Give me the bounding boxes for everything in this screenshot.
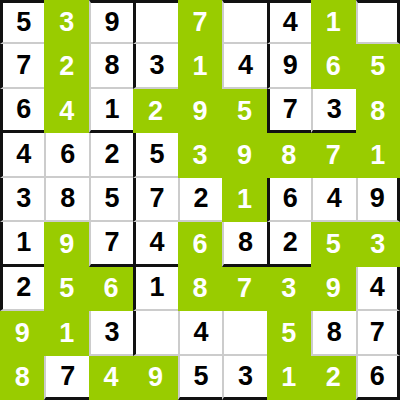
cell-r5c7[interactable]: 6 [267, 178, 311, 222]
cell-r3c5[interactable]: 9 [178, 89, 222, 133]
cell-r2c4[interactable]: 3 [133, 44, 177, 88]
cell-r2c1[interactable]: 7 [0, 44, 44, 88]
cell-r6c4[interactable]: 4 [133, 222, 177, 266]
cell-r4c5[interactable]: 3 [178, 133, 222, 177]
cell-r3c7[interactable]: 7 [267, 89, 311, 133]
cell-r8c6[interactable] [222, 311, 266, 355]
cell-r9c6[interactable]: 3 [222, 356, 266, 400]
sudoku-board: 5397417283149656412957384625398713857216… [0, 0, 400, 400]
cell-r6c8[interactable]: 5 [311, 222, 355, 266]
cell-r1c9[interactable] [356, 0, 400, 44]
cell-r1c4[interactable] [133, 0, 177, 44]
cell-r2c2[interactable]: 2 [44, 44, 88, 88]
cell-r9c5[interactable]: 5 [178, 356, 222, 400]
cell-r9c1[interactable]: 8 [0, 356, 44, 400]
cell-r3c4[interactable]: 2 [133, 89, 177, 133]
cell-r8c1[interactable]: 9 [0, 311, 44, 355]
cell-r5c5[interactable]: 2 [178, 178, 222, 222]
cell-r1c1[interactable]: 5 [0, 0, 44, 44]
cell-r8c3[interactable]: 3 [89, 311, 133, 355]
cell-r4c6[interactable]: 9 [222, 133, 266, 177]
cell-r3c9[interactable]: 8 [356, 89, 400, 133]
cell-r7c4[interactable]: 1 [133, 267, 177, 311]
cell-r2c5[interactable]: 1 [178, 44, 222, 88]
cell-r3c3[interactable]: 1 [89, 89, 133, 133]
sudoku-page: 5397417283149656412957384625398713857216… [0, 0, 400, 400]
cell-r6c6[interactable]: 8 [222, 222, 266, 266]
cell-r6c5[interactable]: 6 [178, 222, 222, 266]
cell-r1c3[interactable]: 9 [89, 0, 133, 44]
cell-r8c5[interactable]: 4 [178, 311, 222, 355]
cell-r2c7[interactable]: 9 [267, 44, 311, 88]
cell-r6c9[interactable]: 3 [356, 222, 400, 266]
cell-r5c9[interactable]: 9 [356, 178, 400, 222]
cell-r8c7[interactable]: 5 [267, 311, 311, 355]
cell-r7c6[interactable]: 7 [222, 267, 266, 311]
cell-r1c2[interactable]: 3 [44, 0, 88, 44]
cell-r7c3[interactable]: 6 [89, 267, 133, 311]
cell-r6c1[interactable]: 1 [0, 222, 44, 266]
cell-r2c3[interactable]: 8 [89, 44, 133, 88]
cell-r1c8[interactable]: 1 [311, 0, 355, 44]
cell-r7c2[interactable]: 5 [44, 267, 88, 311]
cell-r9c4[interactable]: 9 [133, 356, 177, 400]
cell-r8c8[interactable]: 8 [311, 311, 355, 355]
cell-r8c2[interactable]: 1 [44, 311, 88, 355]
cell-r5c1[interactable]: 3 [0, 178, 44, 222]
cell-r4c3[interactable]: 2 [89, 133, 133, 177]
cell-r6c7[interactable]: 2 [267, 222, 311, 266]
cell-r1c6[interactable] [222, 0, 266, 44]
cell-r9c3[interactable]: 4 [89, 356, 133, 400]
cell-r9c9[interactable]: 6 [356, 356, 400, 400]
cell-r6c3[interactable]: 7 [89, 222, 133, 266]
cell-r5c2[interactable]: 8 [44, 178, 88, 222]
cell-r9c7[interactable]: 1 [267, 356, 311, 400]
cell-r4c7[interactable]: 8 [267, 133, 311, 177]
cell-r4c8[interactable]: 7 [311, 133, 355, 177]
cell-r1c5[interactable]: 7 [178, 0, 222, 44]
cell-r7c1[interactable]: 2 [0, 267, 44, 311]
cell-r5c3[interactable]: 5 [89, 178, 133, 222]
cell-r9c8[interactable]: 2 [311, 356, 355, 400]
cell-r3c8[interactable]: 3 [311, 89, 355, 133]
cell-r3c2[interactable]: 4 [44, 89, 88, 133]
cell-r6c2[interactable]: 9 [44, 222, 88, 266]
cell-r5c4[interactable]: 7 [133, 178, 177, 222]
cell-r1c7[interactable]: 4 [267, 0, 311, 44]
cell-r8c9[interactable]: 7 [356, 311, 400, 355]
cell-r3c1[interactable]: 6 [0, 89, 44, 133]
cell-r4c9[interactable]: 1 [356, 133, 400, 177]
cell-r8c4[interactable] [133, 311, 177, 355]
cell-r2c9[interactable]: 5 [356, 44, 400, 88]
cell-r4c1[interactable]: 4 [0, 133, 44, 177]
cell-r3c6[interactable]: 5 [222, 89, 266, 133]
cell-r4c4[interactable]: 5 [133, 133, 177, 177]
cell-r5c6[interactable]: 1 [222, 178, 266, 222]
cell-r2c8[interactable]: 6 [311, 44, 355, 88]
cell-r5c8[interactable]: 4 [311, 178, 355, 222]
cell-r4c2[interactable]: 6 [44, 133, 88, 177]
cell-r7c7[interactable]: 3 [267, 267, 311, 311]
cell-r9c2[interactable]: 7 [44, 356, 88, 400]
cell-r7c9[interactable]: 4 [356, 267, 400, 311]
cell-r2c6[interactable]: 4 [222, 44, 266, 88]
cell-r7c5[interactable]: 8 [178, 267, 222, 311]
cell-r7c8[interactable]: 9 [311, 267, 355, 311]
